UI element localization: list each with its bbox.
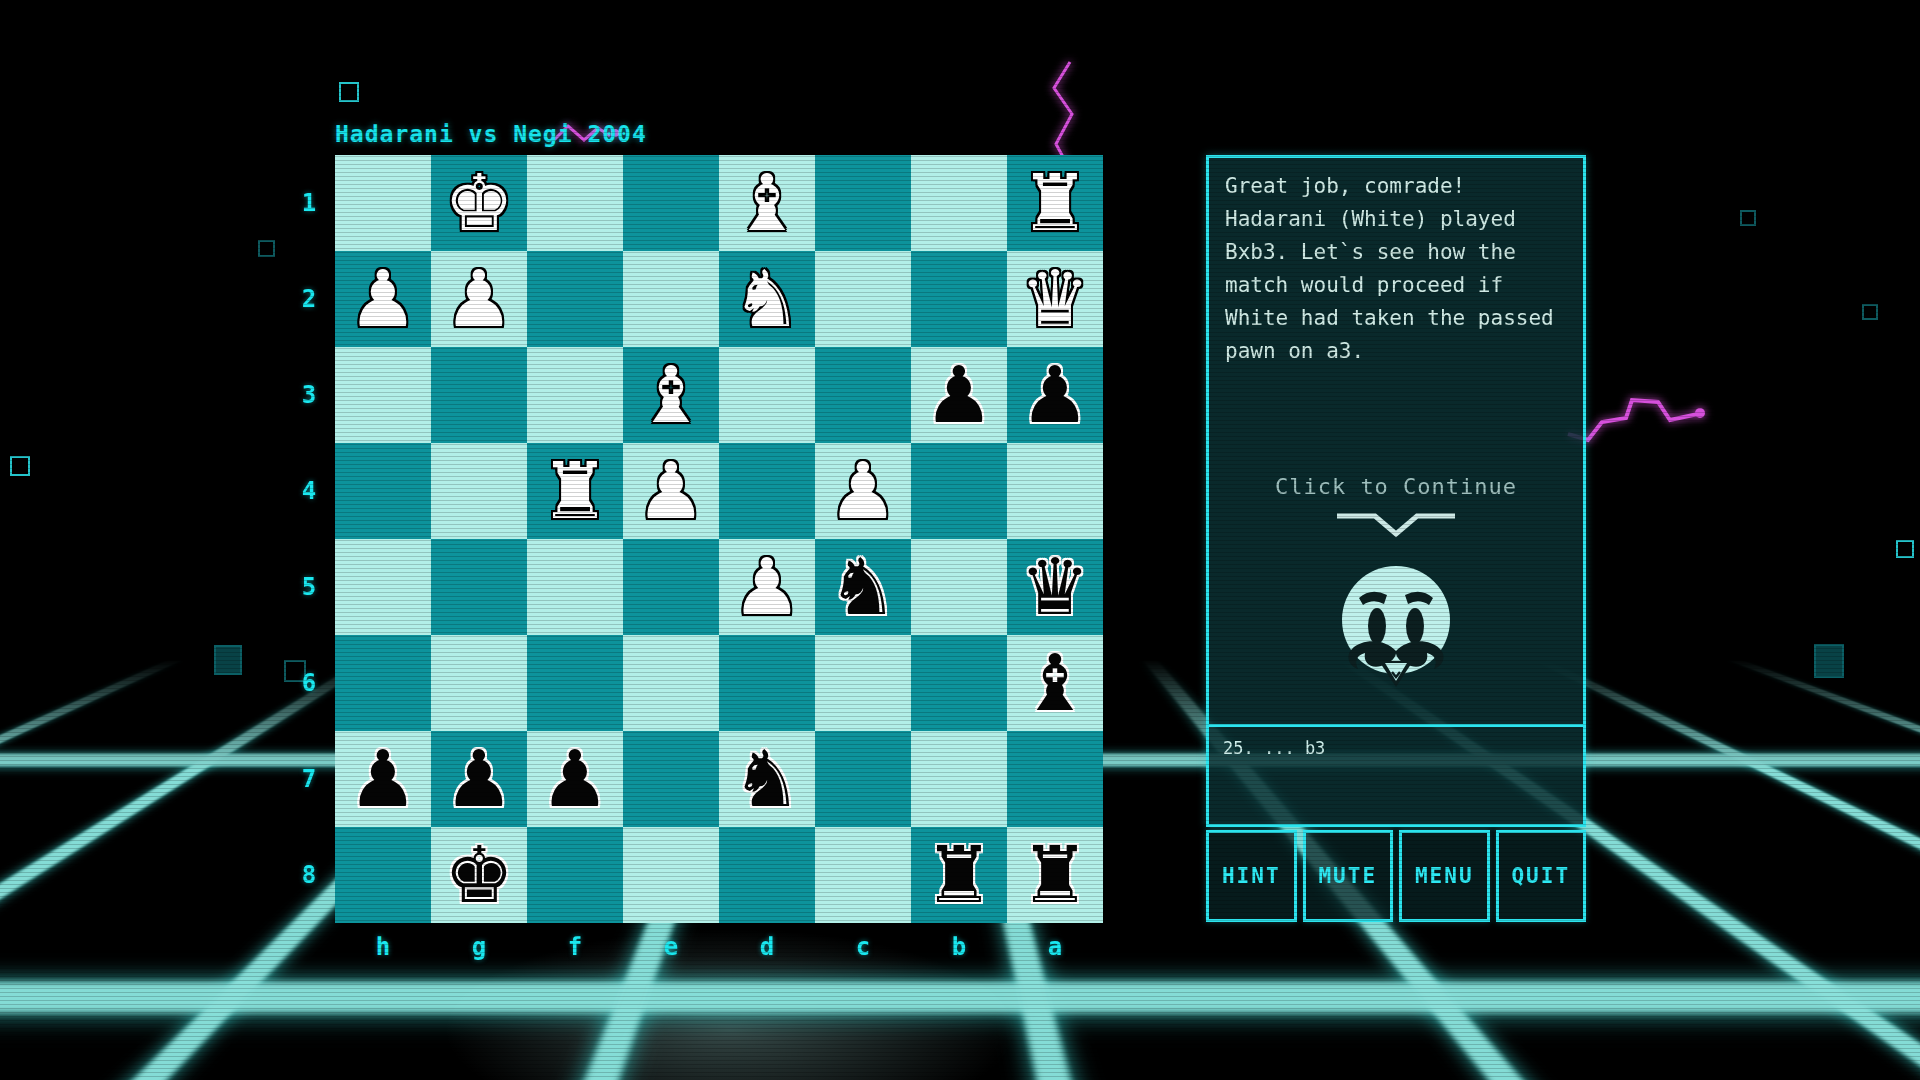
coach-message: Great job, comrade! Hadarani (White) pla…	[1225, 170, 1571, 368]
white-bishop: ♝	[623, 347, 719, 443]
file-label-b: b	[911, 930, 1007, 964]
black-bishop: ♝	[1007, 635, 1103, 731]
square-f2[interactable]	[527, 251, 623, 347]
pixel-square-decoration	[1814, 644, 1844, 678]
black-rook: ♜	[911, 827, 1007, 923]
menu-button-row: HINT MUTE MENU QUIT	[1206, 830, 1586, 922]
square-b2[interactable]	[911, 251, 1007, 347]
black-pawn: ♟	[911, 347, 1007, 443]
black-rook: ♜	[1007, 827, 1103, 923]
pixel-square-decoration	[258, 240, 275, 257]
match-title: Hadarani vs Negi 2004	[335, 121, 647, 147]
square-a4[interactable]	[1007, 443, 1103, 539]
mute-button[interactable]: MUTE	[1303, 830, 1394, 922]
square-d2[interactable]: ♞	[719, 251, 815, 347]
square-e4[interactable]: ♟	[623, 443, 719, 539]
square-h6[interactable]	[335, 635, 431, 731]
pixel-square-decoration	[1740, 210, 1756, 226]
square-h7[interactable]: ♟	[335, 731, 431, 827]
square-h2[interactable]: ♟	[335, 251, 431, 347]
quit-button[interactable]: QUIT	[1496, 830, 1587, 922]
square-d4[interactable]	[719, 443, 815, 539]
pixel-square-decoration	[339, 82, 359, 102]
square-g3[interactable]	[431, 347, 527, 443]
white-pawn: ♟	[815, 443, 911, 539]
square-f1[interactable]	[527, 155, 623, 251]
square-h4[interactable]	[335, 443, 431, 539]
square-b8[interactable]: ♜	[911, 827, 1007, 923]
rank-label-6: 6	[290, 635, 328, 731]
square-e5[interactable]	[623, 539, 719, 635]
file-label-f: f	[527, 930, 623, 964]
square-f6[interactable]	[527, 635, 623, 731]
pixel-square-decoration	[1862, 304, 1878, 320]
square-c4[interactable]: ♟	[815, 443, 911, 539]
white-pawn: ♟	[335, 251, 431, 347]
rank-label-8: 8	[290, 827, 328, 923]
square-d8[interactable]	[719, 827, 815, 923]
square-a6[interactable]: ♝	[1007, 635, 1103, 731]
black-pawn: ♟	[527, 731, 623, 827]
black-queen: ♛	[1007, 539, 1103, 635]
square-a8[interactable]: ♜	[1007, 827, 1103, 923]
square-d5[interactable]: ♟	[719, 539, 815, 635]
pixel-square-decoration	[214, 645, 242, 675]
lightning-decoration	[1566, 388, 1706, 458]
square-c6[interactable]	[815, 635, 911, 731]
square-a5[interactable]: ♛	[1007, 539, 1103, 635]
square-g4[interactable]	[431, 443, 527, 539]
white-king: ♚	[431, 155, 527, 251]
white-rook: ♜	[1007, 155, 1103, 251]
square-h5[interactable]	[335, 539, 431, 635]
file-label-d: d	[719, 930, 815, 964]
rank-label-3: 3	[290, 347, 328, 443]
panel-divider	[1208, 724, 1584, 727]
white-pawn: ♟	[719, 539, 815, 635]
square-e6[interactable]	[623, 635, 719, 731]
square-c5[interactable]: ♞	[815, 539, 911, 635]
menu-button[interactable]: MENU	[1399, 830, 1490, 922]
file-label-g: g	[431, 930, 527, 964]
chevron-down-icon	[1331, 510, 1461, 540]
square-g6[interactable]	[431, 635, 527, 731]
square-g7[interactable]: ♟	[431, 731, 527, 827]
white-pawn: ♟	[431, 251, 527, 347]
rank-label-1: 1	[290, 155, 328, 251]
black-pawn: ♟	[335, 731, 431, 827]
white-knight: ♞	[719, 251, 815, 347]
file-label-h: h	[335, 930, 431, 964]
black-knight: ♞	[719, 731, 815, 827]
square-c3[interactable]	[815, 347, 911, 443]
square-g5[interactable]	[431, 539, 527, 635]
square-e3[interactable]: ♝	[623, 347, 719, 443]
white-rook: ♜	[527, 443, 623, 539]
white-pawn: ♟	[623, 443, 719, 539]
move-list: 25. ... b3	[1223, 738, 1325, 758]
square-h8[interactable]	[335, 827, 431, 923]
square-e2[interactable]	[623, 251, 719, 347]
rank-label-5: 5	[290, 539, 328, 635]
square-a1[interactable]: ♜	[1007, 155, 1103, 251]
square-c1[interactable]	[815, 155, 911, 251]
hint-button[interactable]: HINT	[1206, 830, 1297, 922]
square-a7[interactable]	[1007, 731, 1103, 827]
white-bishop: ♝	[719, 155, 815, 251]
square-e7[interactable]	[623, 731, 719, 827]
black-king: ♚	[431, 827, 527, 923]
square-b1[interactable]	[911, 155, 1007, 251]
file-label-a: a	[1007, 930, 1103, 964]
pixel-square-decoration	[10, 456, 30, 476]
square-f8[interactable]	[527, 827, 623, 923]
black-knight: ♞	[815, 539, 911, 635]
square-g1[interactable]: ♚	[431, 155, 527, 251]
file-label-c: c	[815, 930, 911, 964]
black-pawn: ♟	[1007, 347, 1103, 443]
square-b6[interactable]	[911, 635, 1007, 731]
square-b4[interactable]	[911, 443, 1007, 539]
rank-label-4: 4	[290, 443, 328, 539]
square-d7[interactable]: ♞	[719, 731, 815, 827]
square-b7[interactable]	[911, 731, 1007, 827]
square-g2[interactable]: ♟	[431, 251, 527, 347]
square-g8[interactable]: ♚	[431, 827, 527, 923]
square-d1[interactable]: ♝	[719, 155, 815, 251]
file-label-e: e	[623, 930, 719, 964]
black-pawn: ♟	[431, 731, 527, 827]
square-a3[interactable]: ♟	[1007, 347, 1103, 443]
square-a2[interactable]: ♛	[1007, 251, 1103, 347]
rank-label-2: 2	[290, 251, 328, 347]
square-h3[interactable]	[335, 347, 431, 443]
chess-board[interactable]: ♚♝♜♟♟♞♛♝♟♟♜♟♟♟♞♛♝♟♟♟♞♚♜♜	[335, 155, 1103, 923]
square-c8[interactable]	[815, 827, 911, 923]
coach-panel[interactable]: Great job, comrade! Hadarani (White) pla…	[1206, 155, 1586, 827]
white-queen: ♛	[1007, 251, 1103, 347]
square-c2[interactable]	[815, 251, 911, 347]
square-d3[interactable]	[719, 347, 815, 443]
square-e8[interactable]	[623, 827, 719, 923]
pixel-square-decoration	[1896, 540, 1914, 558]
square-b5[interactable]	[911, 539, 1007, 635]
square-d6[interactable]	[719, 635, 815, 731]
square-f5[interactable]	[527, 539, 623, 635]
square-e1[interactable]	[623, 155, 719, 251]
square-f7[interactable]: ♟	[527, 731, 623, 827]
coach-face-icon	[1321, 554, 1471, 704]
click-to-continue-label[interactable]: Click to Continue	[1209, 474, 1583, 499]
square-f3[interactable]	[527, 347, 623, 443]
square-h1[interactable]	[335, 155, 431, 251]
rank-label-7: 7	[290, 731, 328, 827]
square-f4[interactable]: ♜	[527, 443, 623, 539]
square-b3[interactable]: ♟	[911, 347, 1007, 443]
square-c7[interactable]	[815, 731, 911, 827]
